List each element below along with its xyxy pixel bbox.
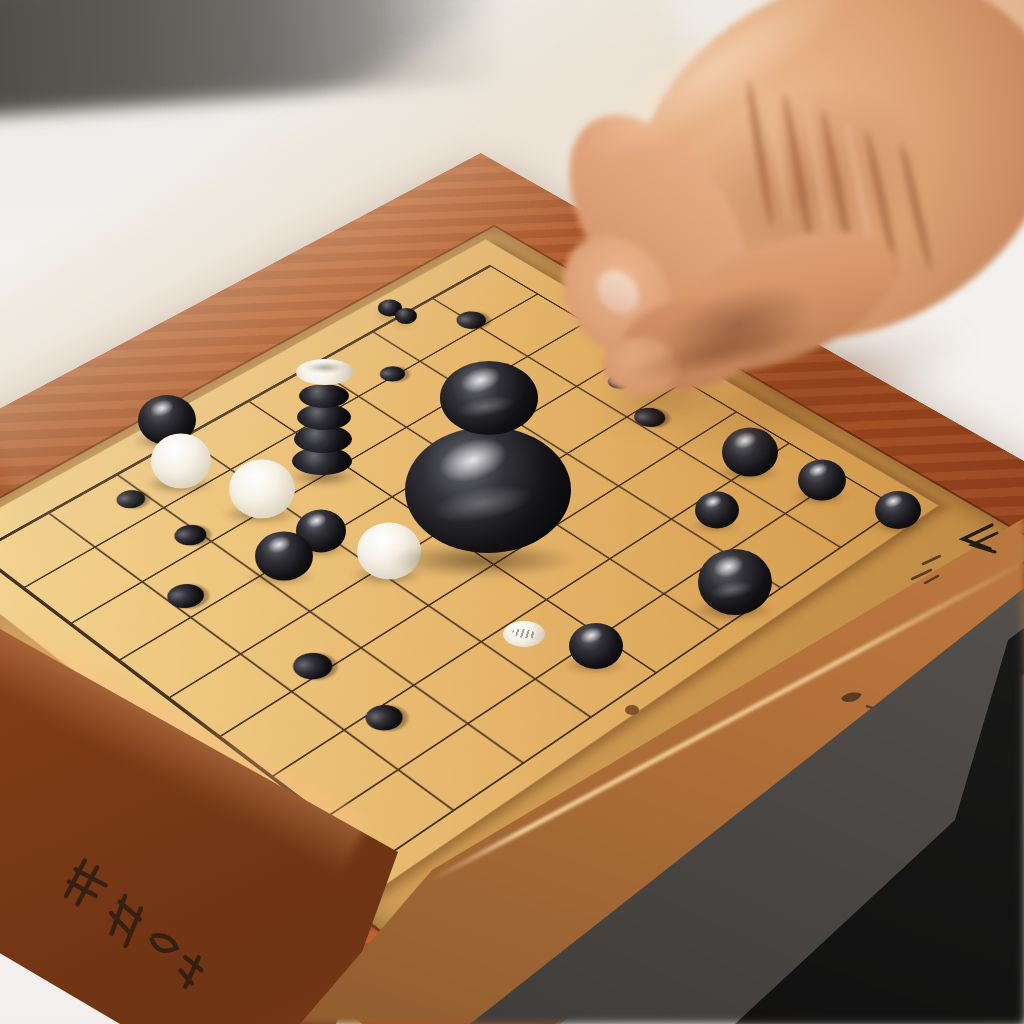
player-hand bbox=[0, 0, 1024, 1024]
photo-canvas bbox=[0, 0, 1024, 1024]
